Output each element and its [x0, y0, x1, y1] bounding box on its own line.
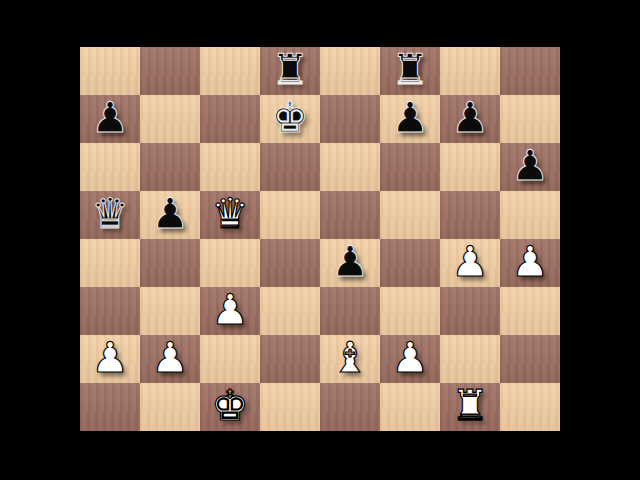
piece-white-pawn: ♟ — [511, 241, 549, 283]
square-f3[interactable] — [380, 287, 440, 335]
square-a7[interactable]: ♟ — [80, 95, 140, 143]
square-c1[interactable]: ♚ — [200, 383, 260, 431]
piece-black-pawn: ♟ — [511, 145, 549, 187]
square-g2[interactable] — [440, 335, 500, 383]
piece-black-rook: ♜ — [391, 49, 429, 91]
square-d1[interactable] — [260, 383, 320, 431]
square-h1[interactable] — [500, 383, 560, 431]
square-b2[interactable]: ♟ — [140, 335, 200, 383]
square-e4[interactable]: ♟ — [320, 239, 380, 287]
piece-white-pawn: ♟ — [91, 337, 129, 379]
square-g3[interactable] — [440, 287, 500, 335]
square-g5[interactable] — [440, 191, 500, 239]
square-c5[interactable]: ♛ — [200, 191, 260, 239]
square-f8[interactable]: ♜ — [380, 47, 440, 95]
square-h4[interactable]: ♟ — [500, 239, 560, 287]
piece-white-bishop: ♝ — [331, 337, 369, 379]
square-a4[interactable] — [80, 239, 140, 287]
square-g1[interactable]: ♜ — [440, 383, 500, 431]
square-e5[interactable] — [320, 191, 380, 239]
square-a3[interactable] — [80, 287, 140, 335]
square-d6[interactable] — [260, 143, 320, 191]
square-b1[interactable] — [140, 383, 200, 431]
piece-black-queen: ♛ — [91, 193, 129, 235]
square-d8[interactable]: ♜ — [260, 47, 320, 95]
square-f1[interactable] — [380, 383, 440, 431]
square-d2[interactable] — [260, 335, 320, 383]
piece-black-pawn: ♟ — [391, 97, 429, 139]
piece-white-pawn: ♟ — [211, 289, 249, 331]
square-b3[interactable] — [140, 287, 200, 335]
square-a6[interactable] — [80, 143, 140, 191]
square-b8[interactable] — [140, 47, 200, 95]
chess-board: ♜♜♟♚♟♟♟♛♟♛♟♟♟♟♟♟♝♟♚♜ — [80, 47, 560, 431]
square-c7[interactable] — [200, 95, 260, 143]
square-d4[interactable] — [260, 239, 320, 287]
square-a2[interactable]: ♟ — [80, 335, 140, 383]
square-c2[interactable] — [200, 335, 260, 383]
piece-white-queen: ♛ — [211, 193, 249, 235]
square-f2[interactable]: ♟ — [380, 335, 440, 383]
square-b4[interactable] — [140, 239, 200, 287]
piece-white-pawn: ♟ — [451, 241, 489, 283]
square-c4[interactable] — [200, 239, 260, 287]
square-e8[interactable] — [320, 47, 380, 95]
square-h5[interactable] — [500, 191, 560, 239]
square-a8[interactable] — [80, 47, 140, 95]
piece-white-king: ♚ — [211, 385, 249, 427]
square-e2[interactable]: ♝ — [320, 335, 380, 383]
square-f4[interactable] — [380, 239, 440, 287]
square-c3[interactable]: ♟ — [200, 287, 260, 335]
square-h7[interactable] — [500, 95, 560, 143]
piece-black-king: ♚ — [271, 97, 309, 139]
square-h6[interactable]: ♟ — [500, 143, 560, 191]
square-d3[interactable] — [260, 287, 320, 335]
square-e6[interactable] — [320, 143, 380, 191]
square-g7[interactable]: ♟ — [440, 95, 500, 143]
square-f5[interactable] — [380, 191, 440, 239]
square-b7[interactable] — [140, 95, 200, 143]
square-b6[interactable] — [140, 143, 200, 191]
square-f7[interactable]: ♟ — [380, 95, 440, 143]
piece-white-pawn: ♟ — [391, 337, 429, 379]
video-letterbox-canvas: ♜♜♟♚♟♟♟♛♟♛♟♟♟♟♟♟♝♟♚♜ — [0, 0, 640, 480]
square-d7[interactable]: ♚ — [260, 95, 320, 143]
piece-black-pawn: ♟ — [151, 193, 189, 235]
piece-white-pawn: ♟ — [151, 337, 189, 379]
piece-white-rook: ♜ — [451, 385, 489, 427]
square-h8[interactable] — [500, 47, 560, 95]
square-c6[interactable] — [200, 143, 260, 191]
piece-black-pawn: ♟ — [331, 241, 369, 283]
square-e7[interactable] — [320, 95, 380, 143]
square-g6[interactable] — [440, 143, 500, 191]
piece-black-pawn: ♟ — [91, 97, 129, 139]
piece-black-rook: ♜ — [271, 49, 309, 91]
square-g8[interactable] — [440, 47, 500, 95]
square-b5[interactable]: ♟ — [140, 191, 200, 239]
square-g4[interactable]: ♟ — [440, 239, 500, 287]
piece-black-pawn: ♟ — [451, 97, 489, 139]
square-d5[interactable] — [260, 191, 320, 239]
square-f6[interactable] — [380, 143, 440, 191]
square-a5[interactable]: ♛ — [80, 191, 140, 239]
square-h3[interactable] — [500, 287, 560, 335]
square-h2[interactable] — [500, 335, 560, 383]
square-e3[interactable] — [320, 287, 380, 335]
square-c8[interactable] — [200, 47, 260, 95]
square-a1[interactable] — [80, 383, 140, 431]
square-e1[interactable] — [320, 383, 380, 431]
